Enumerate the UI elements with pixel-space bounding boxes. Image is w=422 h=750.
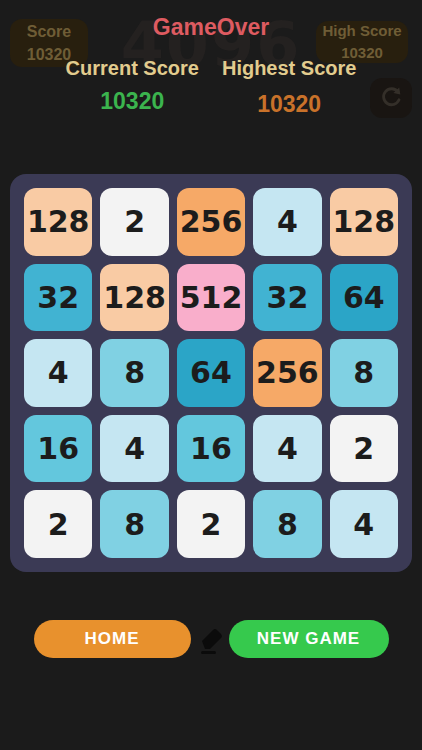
current-score-column: Current Score 10320 — [66, 57, 199, 118]
tile-16: 16 — [24, 415, 92, 483]
tile-256: 256 — [177, 188, 245, 256]
current-score-value: 10320 — [66, 88, 199, 115]
overlay-scores: Current Score 10320 Highest Score 10320 — [0, 57, 422, 118]
tile-8: 8 — [253, 490, 321, 558]
tile-128: 128 — [24, 188, 92, 256]
tile-8: 8 — [100, 339, 168, 407]
current-score-label: Current Score — [66, 57, 199, 80]
highest-score-column: Highest Score 10320 — [222, 57, 356, 118]
game-over-title: GameOver — [0, 14, 422, 41]
tile-64: 64 — [330, 264, 398, 332]
board[interactable]: 1282256412832128512326448642568164164228… — [10, 174, 412, 572]
tile-2: 2 — [330, 415, 398, 483]
home-button[interactable]: HOME — [34, 620, 191, 658]
footer: HOME NEW GAME — [0, 620, 422, 658]
highest-score-value: 10320 — [222, 91, 356, 118]
tile-4: 4 — [253, 188, 321, 256]
tile-8: 8 — [330, 339, 398, 407]
tile-4: 4 — [100, 415, 168, 483]
highest-score-label: Highest Score — [222, 57, 356, 80]
tile-32: 32 — [24, 264, 92, 332]
eraser-button[interactable] — [193, 620, 227, 658]
tile-128: 128 — [330, 188, 398, 256]
game-over-overlay: GameOver Current Score 10320 Highest Sco… — [0, 0, 422, 174]
tile-8: 8 — [100, 490, 168, 558]
tile-512: 512 — [177, 264, 245, 332]
eraser-icon — [193, 620, 227, 659]
tile-128: 128 — [100, 264, 168, 332]
tile-4: 4 — [253, 415, 321, 483]
tile-32: 32 — [253, 264, 321, 332]
tile-256: 256 — [253, 339, 321, 407]
tile-16: 16 — [177, 415, 245, 483]
new-game-button[interactable]: NEW GAME — [229, 620, 389, 658]
tile-2: 2 — [24, 490, 92, 558]
tile-2: 2 — [177, 490, 245, 558]
game-screen: { "game": "4096 (2048-style sliding tile… — [0, 0, 422, 750]
tile-2: 2 — [100, 188, 168, 256]
tile-4: 4 — [330, 490, 398, 558]
tile-64: 64 — [177, 339, 245, 407]
tile-4: 4 — [24, 339, 92, 407]
